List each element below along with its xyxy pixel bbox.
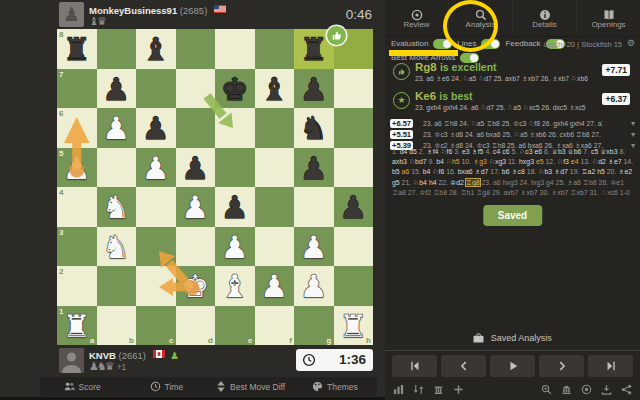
rank-label-2: 2 <box>59 267 63 276</box>
flip-board-icon[interactable] <box>413 384 424 395</box>
move-number[interactable]: 21. <box>402 179 412 186</box>
piece-white-knight-b4[interactable]: ♞ <box>97 187 137 227</box>
square-f1[interactable]: f <box>255 306 295 346</box>
piece-white-pawn-e3[interactable]: ♟ <box>215 227 255 267</box>
engine-line-2[interactable]: +5.5123. ♔c3 ♗d8 24. a6 bxa6 25. ♘a5 ♗xb… <box>385 130 640 141</box>
record-icon[interactable] <box>581 384 592 395</box>
download-icon[interactable] <box>601 384 612 395</box>
captured-queen-icon: ♛ <box>97 15 105 28</box>
tab-openings[interactable]: Openings <box>576 0 640 36</box>
square-e3[interactable]: ♟ <box>215 227 255 267</box>
move[interactable]: h4 <box>429 179 437 186</box>
best-move-diff-icon <box>216 381 226 392</box>
chess-analysis-app: ♟ MonkeyBusiness91 (2685) ♝♛ 0:46 8♜♝♜7♟… <box>0 0 640 400</box>
move[interactable]: ♔e1 <box>610 179 624 186</box>
square-f4[interactable] <box>255 187 295 227</box>
captured-queen-icon: ♛ <box>105 360 113 373</box>
move[interactable]: c6 <box>502 148 509 155</box>
move[interactable]: e4 <box>571 158 579 165</box>
move-number[interactable]: 14. <box>624 158 634 165</box>
square-c3[interactable] <box>136 227 176 267</box>
captured-bishop-icon: ♝ <box>89 15 97 28</box>
rank-label-4: 4 <box>59 188 63 197</box>
piece-black-pawn-d5[interactable]: ♟ <box>176 148 216 188</box>
piece-black-pawn-c6[interactable]: ♟ <box>136 108 176 148</box>
move-number[interactable]: 27. <box>408 189 418 196</box>
analysis-icon <box>449 5 512 18</box>
share-icon[interactable] <box>621 384 632 395</box>
move-number[interactable]: 18. <box>527 168 537 175</box>
nav-play-button[interactable] <box>490 355 535 377</box>
toolbar-time[interactable]: Time <box>124 377 208 396</box>
top-player-rating: (2685) <box>180 5 207 16</box>
move-number[interactable]: 17. <box>490 168 500 175</box>
square-e1[interactable]: e <box>215 306 255 346</box>
openings-icon <box>577 5 640 18</box>
square-h1[interactable]: h♜ <box>334 306 374 346</box>
move-number[interactable]: 20. <box>607 168 617 175</box>
tab-review[interactable]: Review <box>385 0 448 36</box>
move[interactable]: b6 <box>502 168 510 175</box>
file-label-e: e <box>248 336 252 345</box>
move-number[interactable]: 5. <box>511 148 517 155</box>
move[interactable]: ♖b8 <box>583 179 597 186</box>
piece-black-pawn-b7[interactable]: ♟ <box>97 69 137 109</box>
square-h2[interactable] <box>334 266 374 306</box>
move-number[interactable]: 11. <box>508 158 517 165</box>
move[interactable]: ♗xb7 <box>551 189 568 196</box>
threats-icon[interactable] <box>561 384 572 395</box>
square-c5[interactable]: ♟ <box>136 148 176 188</box>
rank-label-7: 7 <box>59 70 63 79</box>
feedback-line: 23. a6 ♗e6 24. ♘a5 ♘d7 25. axb7 ♗xb7 26.… <box>415 75 590 83</box>
move-number[interactable]: 30. <box>540 189 550 196</box>
analysis-panel: Review Analysis Details Openings Evaluat… <box>385 0 640 400</box>
bottom-player-captured-pieces: ♟♞♛+1 <box>89 360 126 373</box>
square-h6[interactable] <box>334 108 374 148</box>
move[interactable]: ♘f6 <box>432 168 444 175</box>
move[interactable]: ♘d2 <box>592 158 606 165</box>
square-g1[interactable]: g <box>294 306 334 346</box>
move-number[interactable]: 9. <box>428 158 434 165</box>
move-number[interactable]: 22. <box>438 179 448 186</box>
move-number[interactable]: 7. <box>583 148 589 155</box>
file-label-d: d <box>208 336 213 345</box>
square-e5[interactable] <box>215 148 255 188</box>
piece-black-knight-g6[interactable]: ♞ <box>294 108 334 148</box>
piece-white-rook-h1[interactable]: ♜ <box>334 306 374 346</box>
file-label-g: g <box>327 336 332 345</box>
move[interactable]: ♗d7 <box>475 168 489 175</box>
move[interactable]: ♘b3 <box>538 168 552 175</box>
square-h4[interactable]: ♟ <box>334 187 374 227</box>
move-list: 1. d4 d5 2. ♗f4 ♘f6 3. e3 ♗f5 4. c4 c6 5… <box>392 147 634 203</box>
square-b6[interactable]: ♟ <box>97 108 137 148</box>
move[interactable]: ♗f5 <box>472 148 484 155</box>
move[interactable]: ♗g3 <box>473 158 487 165</box>
square-c1[interactable]: c <box>136 306 176 346</box>
move[interactable]: ♕b6 <box>568 148 582 155</box>
gear-icon[interactable]: ⚙ <box>627 38 635 48</box>
eval-badge: +7.71 <box>602 64 630 76</box>
move-number[interactable]: 8. <box>619 148 625 155</box>
move[interactable]: ♘f6 <box>440 148 452 155</box>
move[interactable]: axb3 <box>392 158 407 165</box>
move[interactable]: b4 <box>423 168 431 175</box>
file-label-c: c <box>169 336 173 345</box>
move-number[interactable]: 19. <box>570 168 580 175</box>
move[interactable]: a6 <box>493 179 501 186</box>
file-label-b: b <box>129 336 134 345</box>
green-pawn-indicator: ♟ <box>170 350 179 361</box>
square-a6[interactable]: 6 <box>57 108 97 148</box>
piece-black-king-e7[interactable]: ♚ <box>215 69 255 109</box>
move-number[interactable]: 6. <box>544 148 550 155</box>
move[interactable]: b5 <box>392 168 400 175</box>
move-number[interactable]: 3. <box>454 148 460 155</box>
square-h3[interactable] <box>334 227 374 267</box>
move-number[interactable]: 29. <box>492 189 502 196</box>
board-toolbar: Score Time Best Move Diff Themes <box>40 377 377 396</box>
piece-white-rook-a1[interactable]: ♜ <box>57 306 97 346</box>
square-f6[interactable] <box>255 108 295 148</box>
move[interactable]: axb7 <box>503 189 518 196</box>
square-c4[interactable] <box>136 187 176 227</box>
square-d3[interactable] <box>176 227 216 267</box>
move-number[interactable]: 25. <box>556 179 566 186</box>
chart-icon[interactable] <box>393 384 404 395</box>
toolbar-score[interactable]: Score <box>40 377 124 396</box>
piece-white-knight-b3[interactable]: ♞ <box>97 227 137 267</box>
toolbar-themes[interactable]: Themes <box>293 377 377 396</box>
square-f7[interactable]: ♝ <box>255 69 295 109</box>
avatar-pawn-image: ♟ <box>59 2 84 27</box>
square-b2[interactable] <box>97 266 137 306</box>
move[interactable]: ♖h1 <box>460 189 474 196</box>
avatar-top-player[interactable]: ♟ <box>59 2 84 27</box>
move-number[interactable]: 23. <box>482 179 492 186</box>
square-a3[interactable]: 3 <box>57 227 97 267</box>
current-move[interactable]: ♖g8 <box>466 179 480 186</box>
square-d5[interactable]: ♟ <box>176 148 216 188</box>
saved-button[interactable]: Saved <box>483 205 542 226</box>
move[interactable]: h5 <box>597 168 605 175</box>
square-b1[interactable]: b <box>97 306 137 346</box>
nav-back-button[interactable] <box>441 355 486 377</box>
briefcase-icon <box>473 333 484 343</box>
square-f5[interactable] <box>255 148 295 188</box>
move[interactable]: ♗a6 <box>567 179 581 186</box>
square-b7[interactable]: ♟ <box>97 69 137 109</box>
bottom-player-clock: 1:36 <box>296 349 373 371</box>
top-player-name[interactable]: MonkeyBusiness91 (2685) <box>89 5 226 16</box>
avatar-bottom-player[interactable] <box>59 348 84 373</box>
chevron-down-icon: ▾ <box>631 119 635 128</box>
toggle-evaluation[interactable] <box>433 39 452 49</box>
excellent-move-badge <box>327 26 346 45</box>
rank-label-6: 6 <box>59 109 63 118</box>
move[interactable]: hxg3 <box>503 179 518 186</box>
square-e4[interactable]: ♟ <box>215 187 255 227</box>
rank-label-3: 3 <box>59 228 63 237</box>
move[interactable]: c5 <box>591 148 598 155</box>
nav-forward-button[interactable] <box>539 355 584 377</box>
tab-details[interactable]: Details <box>512 0 576 36</box>
move[interactable]: ♖g8 <box>476 189 490 196</box>
engine-line-1[interactable]: +6.5723. a6 ♖h8 24. ♘a5 ♖b8 25. ♔c3 ♘f8 … <box>385 119 640 130</box>
piece-white-pawn-b6[interactable]: ♟ <box>97 108 137 148</box>
square-f2[interactable]: ♟ <box>255 266 295 306</box>
move[interactable]: ♘c3 <box>519 148 532 155</box>
move[interactable]: ♘h5 <box>446 158 460 165</box>
nav-skip-to-end-button[interactable] <box>588 355 633 377</box>
move-number[interactable]: 10. <box>462 158 472 165</box>
move[interactable]: fxg3 <box>531 179 544 186</box>
thumbs-up-icon <box>330 29 343 42</box>
feedback-row-played-move[interactable]: Rg8 is excellent 23. a6 ♗e6 24. ♘a5 ♘d7 … <box>385 60 640 88</box>
square-d8[interactable] <box>176 29 216 69</box>
move[interactable]: ♕b3 <box>552 148 566 155</box>
move-number[interactable]: 4. <box>485 148 491 155</box>
piece-black-pawn-e4[interactable]: ♟ <box>215 187 255 227</box>
square-g6[interactable]: ♞ <box>294 108 334 148</box>
square-d2[interactable]: ♚ <box>176 266 216 306</box>
move-number[interactable]: 24. <box>520 179 530 186</box>
move[interactable]: g5 <box>392 179 400 186</box>
feedback-row-best-move[interactable]: ★ Ke6 is best 23. gxh4 gxh4 24. a6 ♘d7 2… <box>385 89 640 117</box>
move[interactable]: ♖a2 <box>581 168 595 175</box>
move[interactable]: b4 <box>436 158 444 165</box>
thumbs-up-circle-icon <box>393 63 410 80</box>
clock-icon <box>302 353 316 367</box>
square-a8[interactable]: 8♜ <box>57 29 97 69</box>
ca-flag-icon <box>153 350 165 358</box>
square-c8[interactable]: ♝ <box>136 29 176 69</box>
move-number[interactable]: 12. <box>545 158 555 165</box>
piece-black-bishop-c8[interactable]: ♝ <box>136 29 176 69</box>
piece-black-pawn-g5[interactable]: ♟ <box>294 148 334 188</box>
move[interactable]: c4 <box>493 148 500 155</box>
square-b3[interactable]: ♞ <box>97 227 137 267</box>
file-label-f: f <box>289 336 292 345</box>
move-number[interactable]: 15. <box>411 168 421 175</box>
nav-skip-to-start-button[interactable] <box>392 355 437 377</box>
square-g5[interactable]: ♟ <box>294 148 334 188</box>
move[interactable]: 1-0 <box>620 189 630 196</box>
move[interactable]: g4 <box>546 179 554 186</box>
move-number[interactable]: 28. <box>449 189 459 196</box>
chevron-down-icon: ▾ <box>631 130 635 139</box>
move[interactable]: ♔d2 <box>450 179 464 186</box>
move[interactable]: ♘bd7 <box>409 158 427 165</box>
square-d6[interactable] <box>176 108 216 148</box>
piece-black-pawn-h4[interactable]: ♟ <box>334 187 374 227</box>
move[interactable]: ♗d7 <box>554 168 568 175</box>
move[interactable]: d5 <box>409 148 417 155</box>
piece-black-bishop-f7[interactable]: ♝ <box>255 69 295 109</box>
square-a7[interactable]: 7 <box>57 69 97 109</box>
themes-icon <box>312 381 323 392</box>
move[interactable]: hxg3 <box>519 158 534 165</box>
square-c2[interactable] <box>136 266 176 306</box>
move[interactable]: ♗e2 <box>618 168 632 175</box>
move[interactable]: ♖b8 <box>433 189 447 196</box>
square-e7[interactable]: ♚ <box>215 69 255 109</box>
square-f8[interactable] <box>255 29 295 69</box>
square-a2[interactable]: 2 <box>57 266 97 306</box>
move[interactable]: ♗xb7 <box>520 189 537 196</box>
move[interactable]: e5 <box>536 158 544 165</box>
move-number[interactable]: 2. <box>419 148 425 155</box>
square-b5[interactable] <box>97 148 137 188</box>
move[interactable]: ♖a8 <box>392 189 406 196</box>
move-number[interactable]: 1. <box>392 148 398 155</box>
move[interactable]: d4 <box>400 148 408 155</box>
tab-analysis[interactable]: Analysis <box>448 0 512 36</box>
square-a4[interactable]: 4 <box>57 187 97 227</box>
square-a5[interactable]: 5♟ <box>57 148 97 188</box>
review-icon <box>385 5 448 18</box>
square-d7[interactable] <box>176 69 216 109</box>
panel-tabs: Review Analysis Details Openings <box>385 0 640 37</box>
square-b8[interactable] <box>97 29 137 69</box>
move-number[interactable]: 26. <box>599 179 609 186</box>
toolbar-best-move-diff[interactable]: Best Move Diff <box>209 377 293 396</box>
square-g2[interactable]: ♟ <box>294 266 334 306</box>
chess-board[interactable]: 8♜♝♜7♟♚♝♟6♟♟♞5♟♟♟♟4♞♟♟♟3♞♟♟2♚♝♟♟1a♜bcdef… <box>57 29 373 345</box>
square-e6[interactable] <box>215 108 255 148</box>
move[interactable]: ♘xc6 <box>601 189 618 196</box>
pieces-tray-icon[interactable] <box>433 384 444 395</box>
move[interactable]: ♖xb7 <box>570 189 587 196</box>
piece-black-pawn-g7[interactable]: ♟ <box>294 69 334 109</box>
feedback-line: 23. gxh4 gxh4 24. a6 ♘d7 25. ♘a5 ♘xc5 26… <box>415 104 590 112</box>
square-c6[interactable]: ♟ <box>136 108 176 148</box>
piece-white-bishop-e2[interactable]: ♝ <box>215 266 255 306</box>
piece-white-pawn-d4[interactable]: ♟ <box>176 187 216 227</box>
square-b4[interactable]: ♞ <box>97 187 137 227</box>
move[interactable]: a6 <box>402 168 410 175</box>
eval-badge: +6.37 <box>602 93 630 105</box>
move[interactable]: ♗c8 <box>511 168 524 175</box>
captured-pawn-icon: ♟ <box>89 360 97 373</box>
move-number[interactable]: 16. <box>446 168 456 175</box>
move[interactable]: ♕xb3 <box>600 148 617 155</box>
details-icon <box>513 5 576 18</box>
piece-white-pawn-g3[interactable]: ♟ <box>294 227 334 267</box>
move-number[interactable]: 31. <box>590 189 600 196</box>
saved-analysis-link[interactable]: Saved Analysis <box>385 333 640 343</box>
square-d1[interactable]: d <box>176 306 216 346</box>
star-circle-icon: ★ <box>393 92 410 109</box>
square-e8[interactable] <box>215 29 255 69</box>
square-h7[interactable] <box>334 69 374 109</box>
move[interactable]: ♗e7 <box>608 158 622 165</box>
square-g3[interactable]: ♟ <box>294 227 334 267</box>
engine-info: depth=20 | Stockfish 15 <box>544 40 622 49</box>
material-advantage: +1 <box>117 362 127 372</box>
move[interactable]: ♗f4 <box>427 148 439 155</box>
square-a1[interactable]: 1a♜ <box>57 306 97 346</box>
square-c7[interactable] <box>136 69 176 109</box>
move[interactable]: ♘b4 <box>413 179 427 186</box>
move[interactable]: ♘xg3 <box>489 158 506 165</box>
piece-white-king-d2[interactable]: ♚ <box>176 266 216 306</box>
square-h5[interactable] <box>334 148 374 188</box>
piece-white-pawn-a5[interactable]: ♟ <box>57 148 97 188</box>
square-g4[interactable] <box>294 187 334 227</box>
piece-black-rook-a8[interactable]: ♜ <box>57 29 97 69</box>
score-icon <box>64 381 75 392</box>
move[interactable]: e3 <box>462 148 470 155</box>
avatar-photo <box>59 348 84 373</box>
piece-white-pawn-f2[interactable]: ♟ <box>255 266 295 306</box>
time-icon <box>150 381 161 392</box>
top-player-captured-pieces: ♝♛ <box>89 15 105 28</box>
captured-knight-icon: ♞ <box>97 360 105 373</box>
piece-white-pawn-c5[interactable]: ♟ <box>136 148 176 188</box>
move[interactable]: e6 <box>535 148 543 155</box>
square-f3[interactable] <box>255 227 295 267</box>
navigation-section <box>385 350 640 400</box>
square-g7[interactable]: ♟ <box>294 69 334 109</box>
move[interactable]: ♔f2 <box>419 189 431 196</box>
square-e2[interactable]: ♝ <box>215 266 255 306</box>
piece-white-pawn-g2[interactable]: ♟ <box>294 266 334 306</box>
zoom-icon[interactable] <box>541 384 552 395</box>
move[interactable]: ♘f3 <box>557 158 569 165</box>
toggle-lines[interactable] <box>481 39 500 49</box>
move-number[interactable]: 13. <box>580 158 590 165</box>
top-player-clock: 0:46 <box>320 7 372 22</box>
us-flag-icon <box>214 5 226 13</box>
square-d4[interactable]: ♟ <box>176 187 216 227</box>
add-icon[interactable] <box>453 384 464 395</box>
move[interactable]: bxa6 <box>458 168 473 175</box>
